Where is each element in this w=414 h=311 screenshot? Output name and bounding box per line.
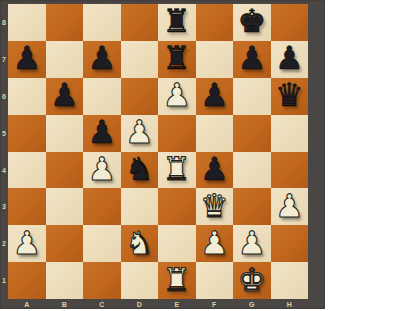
square-b8[interactable] bbox=[46, 4, 84, 41]
square-a2[interactable]: ♟ bbox=[8, 225, 46, 262]
square-g5[interactable] bbox=[233, 115, 271, 152]
square-b2[interactable] bbox=[46, 225, 84, 262]
square-d1[interactable] bbox=[121, 262, 159, 299]
piece-white-rook[interactable]: ♜ bbox=[162, 153, 191, 185]
square-h7[interactable]: ♟ bbox=[271, 41, 309, 78]
square-d7[interactable] bbox=[121, 41, 159, 78]
file-label-a: A bbox=[8, 299, 46, 309]
rank-label-4: 4 bbox=[0, 152, 8, 189]
screenshot-root: ♜♚♟♟♜♟♟♟♟♟♛♟♟♟♞♜♟♛♟♟♞♟♟♜♚ 87654321ABCDEF… bbox=[0, 0, 414, 311]
square-g2[interactable]: ♟ bbox=[233, 225, 271, 262]
chess-board: ♜♚♟♟♜♟♟♟♟♟♛♟♟♟♞♜♟♛♟♟♞♟♟♜♚ bbox=[8, 4, 308, 299]
rank-label-7: 7 bbox=[0, 41, 8, 78]
square-h5[interactable] bbox=[271, 115, 309, 152]
board-frame: ♜♚♟♟♜♟♟♟♟♟♛♟♟♟♞♜♟♛♟♟♞♟♟♜♚ 87654321ABCDEF… bbox=[0, 0, 325, 309]
piece-black-rook[interactable]: ♜ bbox=[162, 42, 191, 74]
piece-black-pawn[interactable]: ♟ bbox=[87, 42, 116, 74]
square-d8[interactable] bbox=[121, 4, 159, 41]
square-c8[interactable] bbox=[83, 4, 121, 41]
square-f3[interactable]: ♛ bbox=[196, 188, 234, 225]
square-e6[interactable]: ♟ bbox=[158, 78, 196, 115]
piece-white-pawn[interactable]: ♟ bbox=[162, 79, 191, 111]
square-e2[interactable] bbox=[158, 225, 196, 262]
square-g4[interactable] bbox=[233, 152, 271, 189]
piece-white-pawn[interactable]: ♟ bbox=[200, 227, 229, 259]
square-b7[interactable] bbox=[46, 41, 84, 78]
square-c5[interactable]: ♟ bbox=[83, 115, 121, 152]
square-c6[interactable] bbox=[83, 78, 121, 115]
square-c3[interactable] bbox=[83, 188, 121, 225]
square-a4[interactable] bbox=[8, 152, 46, 189]
square-f8[interactable] bbox=[196, 4, 234, 41]
square-d3[interactable] bbox=[121, 188, 159, 225]
square-f2[interactable]: ♟ bbox=[196, 225, 234, 262]
piece-black-queen[interactable]: ♛ bbox=[275, 79, 304, 111]
file-label-d: D bbox=[121, 299, 159, 309]
square-e3[interactable] bbox=[158, 188, 196, 225]
square-h4[interactable] bbox=[271, 152, 309, 189]
rank-label-1: 1 bbox=[0, 262, 8, 299]
square-b6[interactable]: ♟ bbox=[46, 78, 84, 115]
piece-black-rook[interactable]: ♜ bbox=[162, 5, 191, 37]
square-d6[interactable] bbox=[121, 78, 159, 115]
square-h2[interactable] bbox=[271, 225, 309, 262]
square-b3[interactable] bbox=[46, 188, 84, 225]
square-d4[interactable]: ♞ bbox=[121, 152, 159, 189]
piece-white-rook[interactable]: ♜ bbox=[162, 264, 191, 296]
square-e8[interactable]: ♜ bbox=[158, 4, 196, 41]
square-d5[interactable]: ♟ bbox=[121, 115, 159, 152]
piece-black-pawn[interactable]: ♟ bbox=[237, 42, 266, 74]
rank-label-5: 5 bbox=[0, 115, 8, 152]
square-e7[interactable]: ♜ bbox=[158, 41, 196, 78]
square-e4[interactable]: ♜ bbox=[158, 152, 196, 189]
square-f5[interactable] bbox=[196, 115, 234, 152]
square-a1[interactable] bbox=[8, 262, 46, 299]
square-h1[interactable] bbox=[271, 262, 309, 299]
piece-white-king[interactable]: ♚ bbox=[237, 264, 266, 296]
square-c4[interactable]: ♟ bbox=[83, 152, 121, 189]
piece-black-king[interactable]: ♚ bbox=[237, 5, 266, 37]
rank-label-3: 3 bbox=[0, 189, 8, 226]
square-a6[interactable] bbox=[8, 78, 46, 115]
piece-black-pawn[interactable]: ♟ bbox=[87, 116, 116, 148]
square-b1[interactable] bbox=[46, 262, 84, 299]
square-a7[interactable]: ♟ bbox=[8, 41, 46, 78]
rank-label-8: 8 bbox=[0, 4, 8, 41]
piece-white-pawn[interactable]: ♟ bbox=[12, 227, 41, 259]
piece-black-pawn[interactable]: ♟ bbox=[12, 42, 41, 74]
square-a5[interactable] bbox=[8, 115, 46, 152]
rank-label-6: 6 bbox=[0, 78, 8, 115]
square-c1[interactable] bbox=[83, 262, 121, 299]
square-b4[interactable] bbox=[46, 152, 84, 189]
square-a3[interactable] bbox=[8, 188, 46, 225]
file-label-g: G bbox=[233, 299, 271, 309]
square-a8[interactable] bbox=[8, 4, 46, 41]
piece-black-knight[interactable]: ♞ bbox=[125, 153, 154, 185]
square-b5[interactable] bbox=[46, 115, 84, 152]
square-f1[interactable] bbox=[196, 262, 234, 299]
square-g1[interactable]: ♚ bbox=[233, 262, 271, 299]
file-label-f: F bbox=[196, 299, 234, 309]
file-label-c: C bbox=[83, 299, 121, 309]
square-g8[interactable]: ♚ bbox=[233, 4, 271, 41]
square-h8[interactable] bbox=[271, 4, 309, 41]
piece-white-pawn[interactable]: ♟ bbox=[237, 227, 266, 259]
piece-white-pawn[interactable]: ♟ bbox=[125, 116, 154, 148]
square-f7[interactable] bbox=[196, 41, 234, 78]
square-f4[interactable]: ♟ bbox=[196, 152, 234, 189]
square-c7[interactable]: ♟ bbox=[83, 41, 121, 78]
square-e5[interactable] bbox=[158, 115, 196, 152]
square-e1[interactable]: ♜ bbox=[158, 262, 196, 299]
file-label-h: H bbox=[271, 299, 309, 309]
square-f6[interactable]: ♟ bbox=[196, 78, 234, 115]
square-h6[interactable]: ♛ bbox=[271, 78, 309, 115]
square-g3[interactable] bbox=[233, 188, 271, 225]
square-g7[interactable]: ♟ bbox=[233, 41, 271, 78]
square-d2[interactable]: ♞ bbox=[121, 225, 159, 262]
square-h3[interactable]: ♟ bbox=[271, 188, 309, 225]
piece-white-queen[interactable]: ♛ bbox=[200, 190, 229, 222]
piece-black-pawn[interactable]: ♟ bbox=[50, 79, 79, 111]
rank-label-2: 2 bbox=[0, 225, 8, 262]
file-label-e: E bbox=[158, 299, 196, 309]
piece-white-pawn[interactable]: ♟ bbox=[275, 190, 304, 222]
file-label-b: B bbox=[46, 299, 84, 309]
square-c2[interactable] bbox=[83, 225, 121, 262]
piece-black-pawn[interactable]: ♟ bbox=[200, 153, 229, 185]
piece-black-pawn[interactable]: ♟ bbox=[275, 42, 304, 74]
square-g6[interactable] bbox=[233, 78, 271, 115]
piece-white-knight[interactable]: ♞ bbox=[125, 227, 154, 259]
piece-black-pawn[interactable]: ♟ bbox=[200, 79, 229, 111]
piece-white-pawn[interactable]: ♟ bbox=[87, 153, 116, 185]
